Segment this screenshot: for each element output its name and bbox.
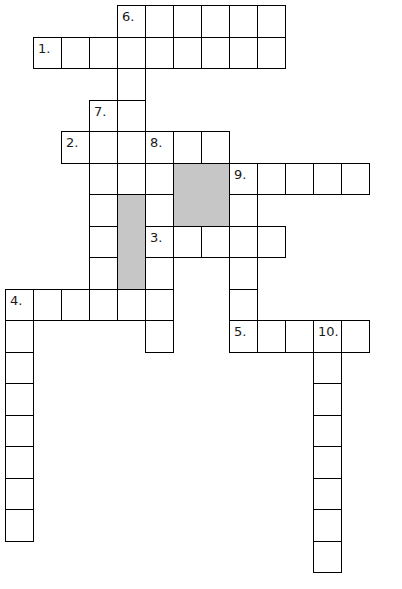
cell-r5c8[interactable]: 9. [229, 163, 258, 196]
cell-r16c0[interactable] [5, 509, 34, 542]
cell-r11c0[interactable] [5, 352, 34, 385]
cell-r12c11[interactable] [313, 383, 342, 416]
cell-r17c11[interactable] [313, 541, 342, 574]
cell-r9c2[interactable] [61, 289, 90, 322]
cell-r9c8[interactable] [229, 289, 258, 322]
cell-r5c10[interactable] [285, 163, 314, 196]
cell-r1c8[interactable] [229, 37, 258, 70]
cell-r0c5[interactable] [145, 5, 174, 38]
cell-r5c4[interactable] [117, 163, 146, 196]
cell-r8c8[interactable] [229, 257, 258, 290]
shaded-block-2 [117, 194, 146, 290]
cell-r9c5[interactable] [145, 289, 174, 322]
cell-r0c9[interactable] [257, 5, 286, 38]
cell-r1c1[interactable]: 1. [33, 37, 62, 70]
cell-r1c6[interactable] [173, 37, 202, 70]
cell-r0c7[interactable] [201, 5, 230, 38]
cell-r1c9[interactable] [257, 37, 286, 70]
cell-r6c5[interactable] [145, 194, 174, 227]
cell-r5c5[interactable] [145, 163, 174, 196]
cell-r15c11[interactable] [313, 478, 342, 511]
cell-r7c7[interactable] [201, 226, 230, 259]
cell-r14c11[interactable] [313, 446, 342, 479]
cell-r4c6[interactable] [173, 131, 202, 164]
cell-r5c11[interactable] [313, 163, 342, 196]
cell-r1c4[interactable] [117, 37, 146, 70]
clue-number-7: 7. [94, 104, 106, 119]
cell-r4c2[interactable]: 2. [61, 131, 90, 164]
clue-number-9: 9. [234, 167, 246, 182]
cell-r10c10[interactable] [285, 320, 314, 353]
cell-r0c6[interactable] [173, 5, 202, 38]
cell-r3c4[interactable] [117, 100, 146, 133]
clue-number-10: 10. [318, 324, 339, 339]
cell-r0c4[interactable]: 6. [117, 5, 146, 38]
cell-r9c3[interactable] [89, 289, 118, 322]
cell-r7c8[interactable] [229, 226, 258, 259]
cell-r4c4[interactable] [117, 131, 146, 164]
cell-r11c11[interactable] [313, 352, 342, 385]
cell-r13c0[interactable] [5, 415, 34, 448]
cell-r1c7[interactable] [201, 37, 230, 70]
cell-r5c3[interactable] [89, 163, 118, 196]
cell-r3c3[interactable]: 7. [89, 100, 118, 133]
cell-r4c7[interactable] [201, 131, 230, 164]
cell-r10c9[interactable] [257, 320, 286, 353]
cell-r5c9[interactable] [257, 163, 286, 196]
cell-r7c5[interactable]: 3. [145, 226, 174, 259]
cell-r4c3[interactable] [89, 131, 118, 164]
cell-r10c0[interactable] [5, 320, 34, 353]
crossword-board: 6.1.7.2.8.9.3.4.5.10. [0, 0, 402, 589]
cell-r7c3[interactable] [89, 226, 118, 259]
cell-r1c2[interactable] [61, 37, 90, 70]
cell-r10c8[interactable]: 5. [229, 320, 258, 353]
cell-r9c0[interactable]: 4. [5, 289, 34, 322]
shaded-block-1 [173, 163, 230, 227]
cell-r1c5[interactable] [145, 37, 174, 70]
clue-number-3: 3. [150, 230, 162, 245]
cell-r15c0[interactable] [5, 478, 34, 511]
cell-r16c11[interactable] [313, 509, 342, 542]
cell-r4c5[interactable]: 8. [145, 131, 174, 164]
cell-r6c8[interactable] [229, 194, 258, 227]
cell-r9c4[interactable] [117, 289, 146, 322]
cell-r2c4[interactable] [117, 68, 146, 101]
cell-r7c6[interactable] [173, 226, 202, 259]
clue-number-6: 6. [122, 9, 134, 24]
cell-r10c12[interactable] [341, 320, 370, 353]
cell-r1c3[interactable] [89, 37, 118, 70]
cell-r8c5[interactable] [145, 257, 174, 290]
cell-r14c0[interactable] [5, 446, 34, 479]
cell-r13c11[interactable] [313, 415, 342, 448]
clue-number-2: 2. [66, 135, 78, 150]
clue-number-1: 1. [38, 41, 50, 56]
cell-r10c5[interactable] [145, 320, 174, 353]
cell-r8c3[interactable] [89, 257, 118, 290]
cell-r0c8[interactable] [229, 5, 258, 38]
cell-r6c3[interactable] [89, 194, 118, 227]
cell-r7c9[interactable] [257, 226, 286, 259]
cell-r9c1[interactable] [33, 289, 62, 322]
clue-number-4: 4. [10, 293, 22, 308]
cell-r12c0[interactable] [5, 383, 34, 416]
clue-number-5: 5. [234, 324, 246, 339]
cell-r10c11[interactable]: 10. [313, 320, 342, 353]
clue-number-8: 8. [150, 135, 162, 150]
cell-r5c12[interactable] [341, 163, 370, 196]
